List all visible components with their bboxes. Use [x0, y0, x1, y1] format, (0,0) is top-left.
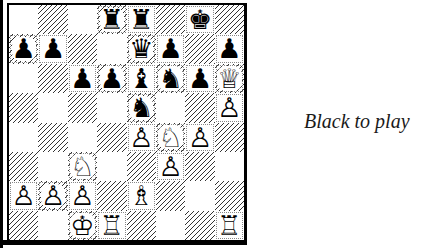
piece-white-pawn: ♙ — [70, 181, 94, 210]
square-f8[interactable] — [156, 5, 185, 34]
piece-black-knight: ♞ — [159, 64, 183, 93]
square-b6[interactable] — [38, 64, 67, 93]
square-e1[interactable] — [127, 211, 156, 240]
square-c7[interactable] — [68, 34, 97, 63]
square-b8[interactable] — [38, 5, 67, 34]
square-a5[interactable] — [9, 93, 38, 122]
piece-black-pawn: ♟ — [41, 34, 65, 63]
piece-white-pawn: ♙ — [159, 152, 183, 181]
piece-black-pawn: ♟ — [100, 64, 124, 93]
square-e2[interactable]: ♗ — [127, 181, 156, 210]
piece-black-pawn: ♟ — [188, 64, 212, 93]
square-h2[interactable] — [215, 181, 244, 210]
square-d4[interactable] — [97, 123, 126, 152]
square-d7[interactable] — [97, 34, 126, 63]
square-f7[interactable]: ♟ — [156, 34, 185, 63]
piece-black-queen: ♛ — [129, 34, 153, 63]
square-d3[interactable] — [97, 152, 126, 181]
square-d5[interactable] — [97, 93, 126, 122]
square-f4[interactable]: ♘ — [156, 123, 185, 152]
square-a8[interactable] — [9, 5, 38, 34]
square-c2[interactable]: ♙ — [68, 181, 97, 210]
square-a2[interactable]: ♙ — [9, 181, 38, 210]
square-h3[interactable] — [215, 152, 244, 181]
piece-black-pawn: ♟ — [70, 64, 94, 93]
square-h6[interactable]: ♕ — [215, 64, 244, 93]
square-b5[interactable] — [38, 93, 67, 122]
square-b3[interactable] — [38, 152, 67, 181]
square-h5[interactable]: ♙ — [215, 93, 244, 122]
square-f5[interactable] — [156, 93, 185, 122]
square-g8[interactable]: ♚ — [185, 5, 214, 34]
piece-white-queen: ♕ — [217, 64, 241, 93]
piece-white-rook: ♖ — [217, 211, 241, 240]
piece-white-pawn: ♙ — [41, 181, 65, 210]
piece-white-pawn: ♙ — [217, 93, 241, 122]
square-g1[interactable] — [185, 211, 214, 240]
square-d8[interactable]: ♜ — [97, 5, 126, 34]
page-background: ♜♜♚♟♟♛♟♟♟♟♝♞♟♕♞♙♙♘♙♘♙♙♙♙♗♔♖♖ Black to pl… — [0, 0, 434, 248]
square-e8[interactable]: ♜ — [127, 5, 156, 34]
square-h4[interactable] — [215, 123, 244, 152]
scan-edge-line — [0, 0, 3, 248]
square-c3[interactable]: ♘ — [68, 152, 97, 181]
square-c4[interactable] — [68, 123, 97, 152]
piece-white-bishop: ♗ — [129, 181, 153, 210]
square-d2[interactable] — [97, 181, 126, 210]
piece-black-bishop: ♝ — [129, 64, 153, 93]
square-a1[interactable] — [9, 211, 38, 240]
square-b4[interactable] — [38, 123, 67, 152]
square-d1[interactable]: ♖ — [97, 211, 126, 240]
square-b2[interactable]: ♙ — [38, 181, 67, 210]
square-g5[interactable] — [185, 93, 214, 122]
square-g6[interactable]: ♟ — [185, 64, 214, 93]
piece-black-pawn: ♟ — [12, 34, 36, 63]
piece-black-pawn: ♟ — [159, 34, 183, 63]
piece-black-king: ♚ — [188, 5, 212, 34]
square-e6[interactable]: ♝ — [127, 64, 156, 93]
square-f3[interactable]: ♙ — [156, 152, 185, 181]
square-d6[interactable]: ♟ — [97, 64, 126, 93]
square-g3[interactable] — [185, 152, 214, 181]
square-c6[interactable]: ♟ — [68, 64, 97, 93]
square-a6[interactable] — [9, 64, 38, 93]
piece-black-knight: ♞ — [129, 93, 153, 122]
piece-black-rook: ♜ — [129, 5, 153, 34]
square-f1[interactable] — [156, 211, 185, 240]
square-c1[interactable]: ♔ — [68, 211, 97, 240]
square-g4[interactable]: ♙ — [185, 123, 214, 152]
square-e7[interactable]: ♛ — [127, 34, 156, 63]
square-f6[interactable]: ♞ — [156, 64, 185, 93]
piece-white-knight: ♘ — [70, 152, 94, 181]
square-g7[interactable] — [185, 34, 214, 63]
piece-white-rook: ♖ — [100, 211, 124, 240]
piece-black-pawn: ♟ — [217, 34, 241, 63]
piece-white-pawn: ♙ — [188, 123, 212, 152]
square-f2[interactable] — [156, 181, 185, 210]
square-e4[interactable]: ♙ — [127, 123, 156, 152]
square-a3[interactable] — [9, 152, 38, 181]
piece-white-king: ♔ — [70, 211, 94, 240]
square-c8[interactable] — [68, 5, 97, 34]
square-c5[interactable] — [68, 93, 97, 122]
square-b7[interactable]: ♟ — [38, 34, 67, 63]
square-h8[interactable] — [215, 5, 244, 34]
piece-white-pawn: ♙ — [12, 181, 36, 210]
square-e5[interactable]: ♞ — [127, 93, 156, 122]
piece-white-knight: ♘ — [159, 123, 183, 152]
square-h1[interactable]: ♖ — [215, 211, 244, 240]
square-h7[interactable]: ♟ — [215, 34, 244, 63]
square-g2[interactable] — [185, 181, 214, 210]
piece-white-pawn: ♙ — [129, 123, 153, 152]
square-a4[interactable] — [9, 123, 38, 152]
chess-board: ♜♜♚♟♟♛♟♟♟♟♝♞♟♕♞♙♙♘♙♘♙♙♙♙♗♔♖♖ — [7, 3, 247, 245]
side-to-move-caption: Black to play — [304, 110, 410, 133]
square-e3[interactable] — [127, 152, 156, 181]
square-b1[interactable] — [38, 211, 67, 240]
piece-black-rook: ♜ — [100, 5, 124, 34]
square-a7[interactable]: ♟ — [9, 34, 38, 63]
